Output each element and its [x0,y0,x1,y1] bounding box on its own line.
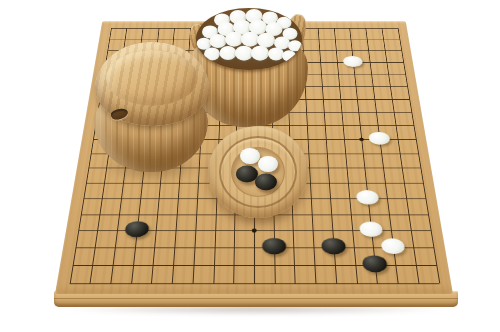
grid-line-horizontal [75,247,433,248]
white-stone [368,132,390,145]
black-stone [321,238,346,255]
bowl-white-stone [220,46,237,60]
bowl-white-stone [251,46,269,61]
white-stone [343,56,363,67]
star-point [359,138,363,141]
black-stone [262,238,286,255]
go-set-product-photo [0,0,500,332]
bowl-lid-top [106,50,198,106]
black-stone [362,255,388,272]
white-stone [381,238,406,254]
tray-center [231,147,285,197]
white-stone-pile [196,8,302,70]
stone-tray [208,126,308,218]
white-stone [356,190,380,204]
grid-line-horizontal [69,283,439,284]
black-stone [124,221,149,237]
white-stone [359,222,383,237]
star-point [252,229,256,233]
